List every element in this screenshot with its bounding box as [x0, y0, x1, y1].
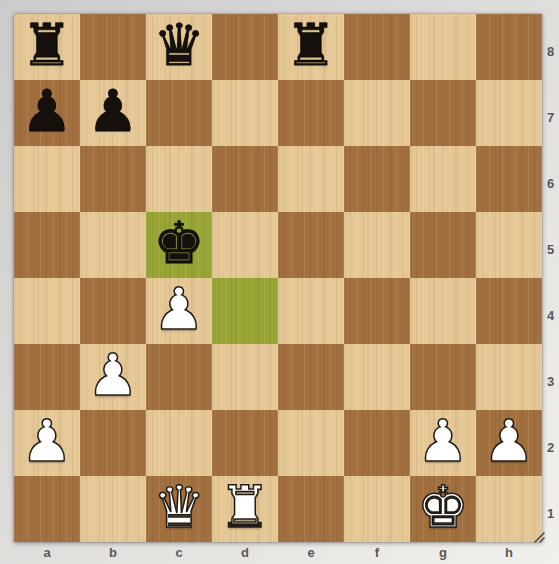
rank-label-8: 8: [542, 14, 559, 80]
square-a4[interactable]: [14, 278, 80, 344]
piece-white-pawn[interactable]: ♟: [87, 342, 139, 408]
square-c2[interactable]: [146, 410, 212, 476]
piece-black-pawn[interactable]: ♟: [87, 78, 139, 144]
square-b8[interactable]: [80, 14, 146, 80]
file-label-f: f: [344, 542, 410, 562]
piece-white-pawn[interactable]: ♟: [153, 276, 205, 342]
square-d4[interactable]: [212, 278, 278, 344]
square-a7[interactable]: ♟: [14, 80, 80, 146]
square-h4[interactable]: [476, 278, 542, 344]
square-e2[interactable]: [278, 410, 344, 476]
piece-white-rook[interactable]: ♜: [219, 474, 271, 540]
rank-label-7: 7: [542, 80, 559, 146]
square-c1[interactable]: ♛: [146, 476, 212, 542]
file-label-b: b: [80, 542, 146, 562]
square-h8[interactable]: [476, 14, 542, 80]
square-d2[interactable]: [212, 410, 278, 476]
rank-label-2: 2: [542, 410, 559, 476]
piece-white-pawn[interactable]: ♟: [483, 408, 535, 474]
square-e3[interactable]: [278, 344, 344, 410]
square-d5[interactable]: [212, 212, 278, 278]
square-h2[interactable]: ♟: [476, 410, 542, 476]
chess-board[interactable]: ♜♛♜♟♟♚♟♟♟♟♟♛♜♚: [14, 14, 542, 542]
square-d8[interactable]: [212, 14, 278, 80]
square-f5[interactable]: [344, 212, 410, 278]
square-d6[interactable]: [212, 146, 278, 212]
square-f3[interactable]: [344, 344, 410, 410]
rank-label-5: 5: [542, 212, 559, 278]
rank-labels: 87654321: [542, 14, 559, 542]
file-label-h: h: [476, 542, 542, 562]
square-e1[interactable]: [278, 476, 344, 542]
piece-black-king[interactable]: ♚: [153, 210, 205, 276]
square-e7[interactable]: [278, 80, 344, 146]
square-c3[interactable]: [146, 344, 212, 410]
square-h6[interactable]: [476, 146, 542, 212]
piece-black-rook[interactable]: ♜: [285, 12, 337, 78]
square-b6[interactable]: [80, 146, 146, 212]
square-f6[interactable]: [344, 146, 410, 212]
square-h5[interactable]: [476, 212, 542, 278]
file-label-d: d: [212, 542, 278, 562]
file-label-e: e: [278, 542, 344, 562]
square-g6[interactable]: [410, 146, 476, 212]
square-f4[interactable]: [344, 278, 410, 344]
file-label-g: g: [410, 542, 476, 562]
square-c4[interactable]: ♟: [146, 278, 212, 344]
square-g1[interactable]: ♚: [410, 476, 476, 542]
piece-white-pawn[interactable]: ♟: [21, 408, 73, 474]
square-c7[interactable]: [146, 80, 212, 146]
square-f1[interactable]: [344, 476, 410, 542]
file-labels: abcdefgh: [14, 542, 542, 562]
square-g7[interactable]: [410, 80, 476, 146]
square-h7[interactable]: [476, 80, 542, 146]
square-b1[interactable]: [80, 476, 146, 542]
square-b2[interactable]: [80, 410, 146, 476]
square-g5[interactable]: [410, 212, 476, 278]
square-g3[interactable]: [410, 344, 476, 410]
square-f2[interactable]: [344, 410, 410, 476]
square-f8[interactable]: [344, 14, 410, 80]
square-e6[interactable]: [278, 146, 344, 212]
square-d7[interactable]: [212, 80, 278, 146]
square-b3[interactable]: ♟: [80, 344, 146, 410]
square-e5[interactable]: [278, 212, 344, 278]
rank-label-3: 3: [542, 344, 559, 410]
square-b7[interactable]: ♟: [80, 80, 146, 146]
square-a5[interactable]: [14, 212, 80, 278]
square-b5[interactable]: [80, 212, 146, 278]
square-e8[interactable]: ♜: [278, 14, 344, 80]
file-label-c: c: [146, 542, 212, 562]
square-f7[interactable]: [344, 80, 410, 146]
square-c5[interactable]: ♚: [146, 212, 212, 278]
square-a2[interactable]: ♟: [14, 410, 80, 476]
rank-label-4: 4: [542, 278, 559, 344]
square-g8[interactable]: [410, 14, 476, 80]
square-b4[interactable]: [80, 278, 146, 344]
square-a3[interactable]: [14, 344, 80, 410]
board-resize-handle[interactable]: [530, 528, 546, 544]
piece-white-queen[interactable]: ♛: [153, 474, 205, 540]
square-d1[interactable]: ♜: [212, 476, 278, 542]
piece-black-rook[interactable]: ♜: [21, 12, 73, 78]
square-g2[interactable]: ♟: [410, 410, 476, 476]
square-a6[interactable]: [14, 146, 80, 212]
piece-white-king[interactable]: ♚: [417, 474, 469, 540]
piece-black-pawn[interactable]: ♟: [21, 78, 73, 144]
square-h3[interactable]: [476, 344, 542, 410]
square-e4[interactable]: [278, 278, 344, 344]
square-d3[interactable]: [212, 344, 278, 410]
square-a8[interactable]: ♜: [14, 14, 80, 80]
square-g4[interactable]: [410, 278, 476, 344]
square-c6[interactable]: [146, 146, 212, 212]
rank-label-6: 6: [542, 146, 559, 212]
piece-black-queen[interactable]: ♛: [153, 12, 205, 78]
file-label-a: a: [14, 542, 80, 562]
square-a1[interactable]: [14, 476, 80, 542]
piece-white-pawn[interactable]: ♟: [417, 408, 469, 474]
square-c8[interactable]: ♛: [146, 14, 212, 80]
